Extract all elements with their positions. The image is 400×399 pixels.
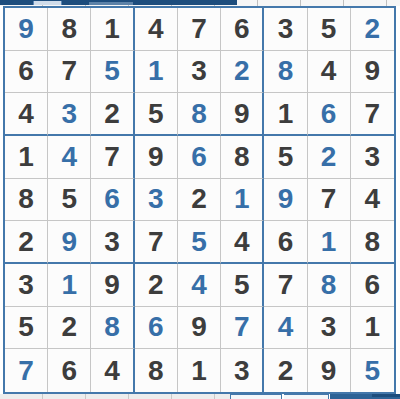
cell-r3c8[interactable]: 6: [308, 93, 351, 136]
cell-r4c5[interactable]: 6: [178, 136, 221, 179]
cell-r3c2[interactable]: 3: [48, 93, 91, 136]
cell-r4c2[interactable]: 4: [48, 136, 91, 179]
cell-r8c7[interactable]: 4: [264, 307, 307, 350]
cell-r5c3[interactable]: 6: [91, 179, 134, 222]
cell-r9c2[interactable]: 6: [48, 349, 91, 392]
cell-r4c9[interactable]: 3: [351, 136, 394, 179]
cell-r7c1[interactable]: 3: [5, 264, 48, 307]
cell-r6c3[interactable]: 3: [91, 221, 134, 264]
cell-r6c9[interactable]: 8: [351, 221, 394, 264]
cell-r1c1[interactable]: 9: [5, 8, 48, 51]
cell-r8c5[interactable]: 9: [178, 307, 221, 350]
sudoku-grid: 9814763526751328494325891671479685238563…: [3, 6, 396, 394]
cell-r1c4[interactable]: 4: [135, 8, 178, 51]
cell-r8c1[interactable]: 5: [5, 307, 48, 350]
cell-r1c8[interactable]: 5: [308, 8, 351, 51]
cell-r1c2[interactable]: 8: [48, 8, 91, 51]
cell-r3c5[interactable]: 8: [178, 93, 221, 136]
cell-r9c6[interactable]: 3: [221, 349, 264, 392]
top-bar-notch-2: [89, 2, 133, 5]
cell-r4c3[interactable]: 7: [91, 136, 134, 179]
cell-r5c4[interactable]: 3: [135, 179, 178, 222]
bottom-navy-block: [372, 394, 400, 397]
cell-r4c8[interactable]: 2: [308, 136, 351, 179]
cell-r7c5[interactable]: 4: [178, 264, 221, 307]
cell-r1c9[interactable]: 2: [351, 8, 394, 51]
cell-r3c1[interactable]: 4: [5, 93, 48, 136]
bottom-segment-2: [284, 394, 329, 399]
cell-r2c7[interactable]: 8: [264, 51, 307, 94]
cell-r5c7[interactable]: 9: [264, 179, 307, 222]
cell-r9c4[interactable]: 8: [135, 349, 178, 392]
cell-r3c6[interactable]: 9: [221, 93, 264, 136]
cell-r7c7[interactable]: 7: [264, 264, 307, 307]
cell-r1c5[interactable]: 7: [178, 8, 221, 51]
cell-r2c9[interactable]: 9: [351, 51, 394, 94]
cell-r6c7[interactable]: 6: [264, 221, 307, 264]
cell-r8c2[interactable]: 2: [48, 307, 91, 350]
cell-r5c6[interactable]: 1: [221, 179, 264, 222]
cell-r8c9[interactable]: 1: [351, 307, 394, 350]
cell-r4c6[interactable]: 8: [221, 136, 264, 179]
cell-r9c9[interactable]: 5: [351, 349, 394, 392]
cell-r3c9[interactable]: 7: [351, 93, 394, 136]
cell-r5c5[interactable]: 2: [178, 179, 221, 222]
top-bar-notch: [33, 1, 62, 5]
cell-r5c1[interactable]: 8: [5, 179, 48, 222]
cell-r6c5[interactable]: 5: [178, 221, 221, 264]
cell-r8c6[interactable]: 7: [221, 307, 264, 350]
cell-r2c2[interactable]: 7: [48, 51, 91, 94]
cell-r9c5[interactable]: 1: [178, 349, 221, 392]
bottom-gray-sliver: [0, 394, 230, 399]
cell-r6c2[interactable]: 9: [48, 221, 91, 264]
cell-r2c8[interactable]: 4: [308, 51, 351, 94]
cell-r2c6[interactable]: 2: [221, 51, 264, 94]
cell-r3c3[interactable]: 2: [91, 93, 134, 136]
cell-r7c2[interactable]: 1: [48, 264, 91, 307]
cell-r1c7[interactable]: 3: [264, 8, 307, 51]
cell-r7c9[interactable]: 6: [351, 264, 394, 307]
cropped-ui-bottom: [0, 394, 400, 399]
cell-r9c1[interactable]: 7: [5, 349, 48, 392]
cell-r4c4[interactable]: 9: [135, 136, 178, 179]
cell-r3c4[interactable]: 5: [135, 93, 178, 136]
cell-r6c8[interactable]: 1: [308, 221, 351, 264]
cell-r5c9[interactable]: 4: [351, 179, 394, 222]
cell-r5c2[interactable]: 5: [48, 179, 91, 222]
cell-r7c6[interactable]: 5: [221, 264, 264, 307]
bottom-segment-1: [230, 394, 282, 399]
cell-r8c4[interactable]: 6: [135, 307, 178, 350]
cell-r9c3[interactable]: 4: [91, 349, 134, 392]
cropped-bar-top: [0, 0, 400, 6]
cell-r9c7[interactable]: 2: [264, 349, 307, 392]
cell-r4c7[interactable]: 5: [264, 136, 307, 179]
cell-r5c8[interactable]: 7: [308, 179, 351, 222]
cell-r2c4[interactable]: 1: [135, 51, 178, 94]
cell-r3c7[interactable]: 1: [264, 93, 307, 136]
cell-r1c6[interactable]: 6: [221, 8, 264, 51]
cell-r6c6[interactable]: 4: [221, 221, 264, 264]
cell-r7c3[interactable]: 9: [91, 264, 134, 307]
cell-r8c8[interactable]: 3: [308, 307, 351, 350]
cell-r4c1[interactable]: 1: [5, 136, 48, 179]
cell-r8c3[interactable]: 8: [91, 307, 134, 350]
cell-r6c1[interactable]: 2: [5, 221, 48, 264]
cell-r2c5[interactable]: 3: [178, 51, 221, 94]
cell-r9c8[interactable]: 9: [308, 349, 351, 392]
cell-r2c1[interactable]: 6: [5, 51, 48, 94]
cell-r7c4[interactable]: 2: [135, 264, 178, 307]
cell-r6c4[interactable]: 7: [135, 221, 178, 264]
cell-r7c8[interactable]: 8: [308, 264, 351, 307]
cell-r2c3[interactable]: 5: [91, 51, 134, 94]
cell-r1c3[interactable]: 1: [91, 8, 134, 51]
